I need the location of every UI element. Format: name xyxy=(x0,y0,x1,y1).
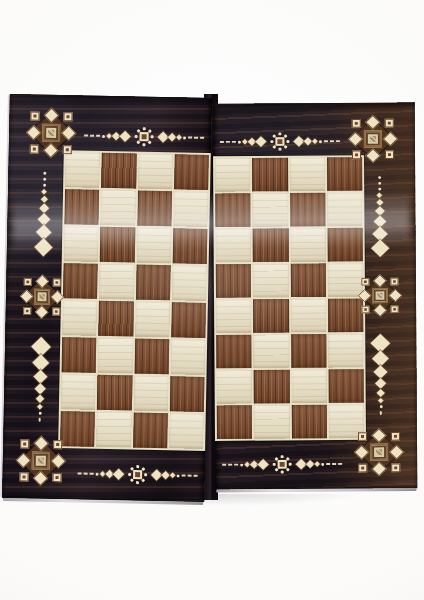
inlay-dash-icon xyxy=(200,137,204,139)
rosette-petal xyxy=(281,455,284,458)
inlay-diamond-icon xyxy=(34,238,52,256)
inlay-diamond-icon xyxy=(304,137,312,145)
inlay-diamond-icon xyxy=(176,135,182,141)
square-h3 xyxy=(328,334,363,368)
square-a4 xyxy=(62,300,97,336)
motif-corner-square xyxy=(390,278,398,286)
inlay-dash-icon xyxy=(182,474,186,476)
right-border-chain-lower xyxy=(367,326,394,425)
inlay-diamond-icon xyxy=(100,471,106,477)
motif-corner-square xyxy=(63,112,72,121)
inlay-diamond-icon xyxy=(376,199,383,206)
inlay-diamond-icon xyxy=(258,459,269,470)
right-border-chain-upper xyxy=(366,166,393,265)
rosette-center xyxy=(278,460,287,469)
inlay-dash-icon xyxy=(188,137,192,139)
inlay-dot-icon xyxy=(177,474,180,477)
inlay-dot-icon xyxy=(38,412,41,415)
square-h6 xyxy=(327,228,362,262)
top-border-inlay-chain xyxy=(79,122,209,150)
inlay-dash-icon xyxy=(90,135,94,137)
inlay-dash-icon xyxy=(324,140,328,142)
inlay-rosette-icon xyxy=(270,453,294,476)
motif-corner-square xyxy=(361,278,369,286)
motif-corner-square xyxy=(352,151,361,160)
inlay-dash-icon xyxy=(39,418,41,422)
square-e6 xyxy=(216,229,251,263)
square-f5 xyxy=(253,264,288,298)
inlay-dash-icon xyxy=(326,463,330,465)
inlay-diamond-icon xyxy=(296,459,307,470)
inlay-diamond-icon xyxy=(32,354,49,371)
inlay-dash-icon xyxy=(336,140,340,142)
square-e4 xyxy=(216,299,251,333)
inlay-dash-icon xyxy=(338,463,342,465)
inlay-dot-icon xyxy=(319,140,322,143)
rosette-petal xyxy=(136,140,140,144)
square-c7 xyxy=(137,191,172,227)
motif-corner-square xyxy=(24,278,32,286)
rosette-petal xyxy=(130,467,134,471)
checkerboard-left-half xyxy=(58,150,211,451)
motif-corner-square xyxy=(358,432,367,441)
square-g8 xyxy=(290,157,325,191)
square-c3 xyxy=(134,339,169,375)
square-b1 xyxy=(96,412,131,448)
motif-corner-square xyxy=(358,464,367,473)
square-a7 xyxy=(64,189,99,225)
inlay-dash-icon xyxy=(96,135,100,137)
square-a3 xyxy=(62,337,97,373)
inlay-dash-icon xyxy=(330,140,334,142)
square-f6 xyxy=(253,228,288,262)
inlay-diamond-icon xyxy=(170,472,176,478)
inlay-dash-icon xyxy=(194,137,198,139)
board-right-leaf xyxy=(213,102,418,489)
square-g1 xyxy=(291,405,326,439)
square-e7 xyxy=(215,193,250,227)
square-b6 xyxy=(100,227,135,263)
inlay-diamond-icon xyxy=(373,215,386,227)
inlay-diamond-icon xyxy=(376,193,382,198)
square-b4 xyxy=(99,301,134,337)
motif-center-medallion xyxy=(42,124,60,142)
square-d8 xyxy=(174,154,209,190)
motif-corner-square xyxy=(52,308,60,316)
square-g6 xyxy=(290,228,325,262)
square-d7 xyxy=(173,191,208,227)
motif-corner-square xyxy=(385,150,394,159)
left-border-chain-lower xyxy=(26,328,54,432)
rosette-center xyxy=(275,137,284,146)
inlay-dot-icon xyxy=(378,182,381,185)
inlay-dash-icon xyxy=(194,475,198,477)
square-e2 xyxy=(217,370,252,404)
rosette-petal xyxy=(136,129,140,133)
motif-corner-square xyxy=(352,119,361,128)
bottom-border-inlay-chain xyxy=(217,451,347,477)
rosette-petal xyxy=(144,473,147,476)
inlay-diamond-icon xyxy=(248,138,256,146)
inlay-diamond-icon xyxy=(35,224,51,240)
square-g2 xyxy=(291,369,326,403)
square-g7 xyxy=(290,193,325,227)
square-c4 xyxy=(135,302,170,338)
side-inlay-star-icon xyxy=(20,274,65,319)
motif-corner-square xyxy=(53,278,61,286)
inlay-diamond-icon xyxy=(105,470,113,478)
inlay-dot-icon xyxy=(238,140,241,143)
motif-corner-square xyxy=(23,307,31,315)
inlay-rosette-icon xyxy=(132,124,156,148)
inlay-diamond-icon xyxy=(373,365,387,379)
rosette-petal xyxy=(274,457,278,461)
bottom-border-inlay-chain xyxy=(72,460,202,488)
motif-corner-square xyxy=(20,439,29,448)
inlay-dot-icon xyxy=(102,134,105,137)
inlay-diamond-icon xyxy=(151,469,162,480)
square-f3 xyxy=(254,334,289,368)
inlay-diamond-icon xyxy=(41,189,47,195)
square-g3 xyxy=(291,334,326,368)
square-a2 xyxy=(61,374,96,410)
inlay-dash-icon xyxy=(188,475,192,477)
square-b7 xyxy=(101,190,136,226)
rosette-petal xyxy=(141,467,145,471)
inlay-dash-icon xyxy=(84,135,88,137)
rosette-petal xyxy=(283,145,287,149)
inlay-diamond-icon xyxy=(314,461,320,466)
square-e1 xyxy=(217,405,252,439)
inlay-dash-icon xyxy=(78,472,82,474)
inlay-diamond-icon xyxy=(40,196,47,203)
inlay-diamond-icon xyxy=(375,378,386,389)
rosette-petal xyxy=(148,140,152,144)
motif-corner-square xyxy=(63,145,72,154)
inlay-rosette-icon xyxy=(125,462,149,486)
inlay-diamond-icon xyxy=(119,131,130,142)
corner-inlay-star-icon xyxy=(26,107,77,158)
inlay-diamond-icon xyxy=(244,462,250,467)
motif-corner-square xyxy=(391,463,400,472)
inlay-diamond-icon xyxy=(242,139,248,144)
inlay-diamond-icon xyxy=(106,133,112,139)
square-g4 xyxy=(291,299,326,333)
inlay-dash-icon xyxy=(232,141,236,143)
inlay-dot-icon xyxy=(43,172,46,175)
square-b8 xyxy=(101,153,136,189)
inlay-dot-icon xyxy=(321,463,324,466)
inlay-dash-icon xyxy=(90,473,94,475)
inlay-diamond-icon xyxy=(112,132,120,140)
inlay-diamond-icon xyxy=(370,239,388,257)
inlay-dash-icon xyxy=(228,464,232,466)
inlay-diamond-icon xyxy=(35,383,46,394)
square-d1 xyxy=(169,413,204,449)
inlay-dot-icon xyxy=(378,188,381,191)
top-border-inlay-chain xyxy=(215,129,345,155)
inlay-diamond-icon xyxy=(37,404,43,410)
inlay-dot-icon xyxy=(96,472,99,475)
rosette-petal xyxy=(151,135,154,138)
inlay-dash-icon xyxy=(222,464,226,466)
inlay-diamond-icon xyxy=(293,136,304,147)
rosette-petal xyxy=(272,134,276,138)
rosette-petal xyxy=(289,463,292,466)
rosette-petal xyxy=(274,468,278,472)
inlay-dot-icon xyxy=(183,136,186,139)
square-a5 xyxy=(63,263,98,299)
inlay-diamond-icon xyxy=(168,133,176,141)
square-h7 xyxy=(327,193,362,227)
square-f1 xyxy=(254,405,289,439)
inlay-diamond-icon xyxy=(312,139,318,144)
square-e5 xyxy=(216,264,251,298)
inlay-diamond-icon xyxy=(161,471,169,479)
inlay-dash-icon xyxy=(380,411,382,415)
left-border-chain-upper xyxy=(30,161,58,265)
rosette-petal xyxy=(270,140,273,143)
motif-corner-square xyxy=(30,111,39,120)
square-d5 xyxy=(172,265,207,301)
rosette-petal xyxy=(278,148,281,151)
motif-center-medallion xyxy=(32,452,50,470)
square-d6 xyxy=(172,228,207,264)
motif-corner-square xyxy=(391,432,400,441)
inlay-dash-icon xyxy=(226,141,230,143)
square-e3 xyxy=(216,335,251,369)
corner-inlay-star-icon xyxy=(15,435,66,486)
rosette-petal xyxy=(283,134,287,138)
motif-corner-square xyxy=(362,306,370,314)
inlay-diamond-icon xyxy=(370,334,390,353)
inlay-diamond-icon xyxy=(33,370,47,384)
inlay-diamond-icon xyxy=(255,136,266,147)
motif-corner-square xyxy=(385,119,394,128)
inlay-dash-icon xyxy=(234,464,238,466)
rosette-petal xyxy=(272,145,276,149)
motif-corner-square xyxy=(19,472,28,481)
inlay-diamond-icon xyxy=(37,213,50,226)
side-inlay-star-icon xyxy=(358,274,402,316)
inlay-diamond-icon xyxy=(376,389,384,397)
rosette-petal xyxy=(136,465,139,468)
square-g5 xyxy=(290,263,325,297)
inlay-dash-icon xyxy=(220,141,224,143)
rosette-petal xyxy=(130,478,134,482)
inlay-diamond-icon xyxy=(306,460,314,468)
inlay-dot-icon xyxy=(43,184,46,187)
inlay-diamond-icon xyxy=(372,350,389,366)
square-d4 xyxy=(171,302,206,338)
rosette-petal xyxy=(136,481,139,484)
checkerboard-right-half xyxy=(213,155,366,441)
square-c5 xyxy=(135,265,170,301)
square-c6 xyxy=(136,228,171,264)
motif-corner-square xyxy=(52,473,61,482)
square-b3 xyxy=(98,338,133,374)
square-f8 xyxy=(252,158,287,192)
motif-corner-square xyxy=(53,440,62,449)
square-c1 xyxy=(133,413,168,449)
square-f7 xyxy=(253,193,288,227)
inlay-dash-icon xyxy=(84,473,88,475)
square-c2 xyxy=(133,376,168,412)
inlay-dot-icon xyxy=(43,178,46,181)
corner-inlay-star-icon xyxy=(354,428,404,476)
inlay-diamond-icon xyxy=(39,203,49,213)
square-f4 xyxy=(253,299,288,333)
inlay-dash-icon xyxy=(332,463,336,465)
square-d2 xyxy=(170,376,205,412)
corner-inlay-star-icon xyxy=(348,115,398,163)
rosette-petal xyxy=(148,129,152,133)
square-a6 xyxy=(64,226,99,262)
inlay-dot-icon xyxy=(240,463,243,466)
rosette-petal xyxy=(286,457,290,461)
inlay-diamond-icon xyxy=(31,337,51,357)
inlay-diamond-icon xyxy=(372,227,388,242)
square-h2 xyxy=(328,369,363,403)
inlay-diamond-icon xyxy=(157,131,168,142)
inlay-diamond-icon xyxy=(113,469,124,480)
inlay-diamond-icon xyxy=(250,460,258,468)
rosette-petal xyxy=(273,463,276,466)
inlay-dot-icon xyxy=(378,176,381,179)
square-e8 xyxy=(215,158,250,192)
rosette-petal xyxy=(135,135,138,138)
page-root: { "game": "chess", "description": "Overh… xyxy=(0,0,424,600)
rosette-petal xyxy=(128,473,131,476)
inlay-diamond-icon xyxy=(374,206,384,215)
motif-center-medallion xyxy=(364,130,382,147)
square-b5 xyxy=(99,264,134,300)
square-c8 xyxy=(138,154,173,190)
inlay-diamond-icon xyxy=(36,394,44,402)
rosette-center xyxy=(133,470,142,479)
inlay-rosette-icon xyxy=(268,130,292,153)
rosette-petal xyxy=(141,478,145,482)
square-f2 xyxy=(254,370,289,404)
rosette-center xyxy=(140,132,149,141)
rosette-petal xyxy=(143,127,146,130)
motif-center-medallion xyxy=(34,289,50,305)
rosette-petal xyxy=(142,143,145,146)
rosette-petal xyxy=(278,132,281,135)
square-b2 xyxy=(97,375,132,411)
motif-center-medallion xyxy=(372,288,388,303)
motif-center-medallion xyxy=(370,444,388,461)
motif-corner-square xyxy=(391,306,399,314)
board-left-leaf xyxy=(2,94,212,502)
rosette-petal xyxy=(286,140,289,143)
rosette-petal xyxy=(286,468,290,472)
motif-corner-square xyxy=(30,144,39,153)
inlay-diamond-icon xyxy=(378,398,384,403)
inlay-dot-icon xyxy=(379,405,382,408)
rosette-petal xyxy=(281,471,284,474)
folding-chessboard xyxy=(6,92,416,504)
square-d3 xyxy=(170,339,205,375)
